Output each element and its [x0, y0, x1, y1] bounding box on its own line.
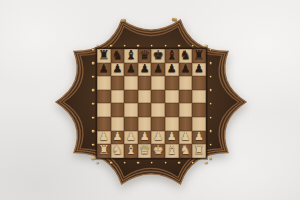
- square-f1[interactable]: ♝: [165, 144, 179, 158]
- piece-black-pawn[interactable]: ♟: [111, 62, 125, 76]
- square-a3[interactable]: [97, 117, 111, 131]
- square-f8[interactable]: ♝: [165, 49, 179, 63]
- square-b3[interactable]: [111, 117, 125, 131]
- chess-board[interactable]: ♜♞♝♛♚♝♞♜♟♟♟♟♟♟♟♟♟♟♟♟♟♟♟♟♜♞♝♛♚♝♞♜: [97, 49, 206, 158]
- square-d4[interactable]: [138, 103, 152, 117]
- brass-stud: [92, 75, 95, 78]
- square-c4[interactable]: [124, 103, 138, 117]
- square-g5[interactable]: [179, 90, 193, 104]
- square-g6[interactable]: [179, 76, 193, 90]
- square-d1[interactable]: ♛: [138, 144, 152, 158]
- piece-black-bishop[interactable]: ♝: [165, 48, 179, 62]
- square-c3[interactable]: [124, 117, 138, 131]
- brass-stud: [178, 44, 181, 47]
- brass-stud: [164, 44, 167, 47]
- square-d7[interactable]: ♟: [138, 63, 152, 77]
- piece-white-pawn[interactable]: ♟: [138, 130, 152, 144]
- square-c6[interactable]: [124, 76, 138, 90]
- piece-black-pawn[interactable]: ♟: [97, 62, 111, 76]
- square-h3[interactable]: [192, 117, 206, 131]
- square-a8[interactable]: ♜: [97, 49, 111, 63]
- piece-black-pawn[interactable]: ♟: [124, 62, 138, 76]
- piece-white-knight[interactable]: ♞: [179, 143, 193, 157]
- brass-stud: [92, 130, 95, 133]
- brass-stud: [191, 44, 194, 47]
- square-e4[interactable]: [151, 103, 165, 117]
- brass-stud: [92, 157, 95, 160]
- brass-stud: [209, 75, 212, 78]
- square-d5[interactable]: [138, 90, 152, 104]
- piece-white-knight[interactable]: ♞: [111, 143, 125, 157]
- brass-stud: [209, 157, 212, 160]
- brass-stud: [209, 116, 212, 119]
- square-b5[interactable]: [111, 90, 125, 104]
- square-b4[interactable]: [111, 103, 125, 117]
- square-f5[interactable]: [165, 90, 179, 104]
- square-a6[interactable]: [97, 76, 111, 90]
- square-g4[interactable]: [179, 103, 193, 117]
- piece-white-rook[interactable]: ♜: [192, 143, 206, 157]
- brass-stud: [209, 48, 212, 51]
- piece-white-pawn[interactable]: ♟: [179, 130, 193, 144]
- brass-stud: [123, 44, 126, 47]
- hinge-icon: [172, 18, 177, 22]
- piece-white-pawn[interactable]: ♟: [124, 130, 138, 144]
- square-c5[interactable]: [124, 90, 138, 104]
- brass-stud: [92, 62, 95, 65]
- piece-white-pawn[interactable]: ♟: [192, 130, 206, 144]
- piece-white-bishop[interactable]: ♝: [165, 143, 179, 157]
- brass-stud: [209, 143, 212, 146]
- piece-white-pawn[interactable]: ♟: [97, 130, 111, 144]
- piece-black-rook[interactable]: ♜: [192, 48, 206, 62]
- brass-stud: [123, 161, 126, 164]
- brass-stud: [92, 143, 95, 146]
- piece-white-king[interactable]: ♚: [151, 143, 165, 157]
- square-c7[interactable]: ♟: [124, 63, 138, 77]
- square-g1[interactable]: ♞: [179, 144, 193, 158]
- square-e8[interactable]: ♚: [151, 49, 165, 63]
- brass-stud: [191, 161, 194, 164]
- square-g3[interactable]: [179, 117, 193, 131]
- brass-stud: [205, 44, 208, 47]
- fur-background: ♜♞♝♛♚♝♞♜♟♟♟♟♟♟♟♟♟♟♟♟♟♟♟♟♜♞♝♛♚♝♞♜: [0, 0, 300, 200]
- square-e1[interactable]: ♚: [151, 144, 165, 158]
- square-b8[interactable]: ♞: [111, 49, 125, 63]
- square-h8[interactable]: ♜: [192, 49, 206, 63]
- square-d6[interactable]: [138, 76, 152, 90]
- square-e7[interactable]: ♟: [151, 63, 165, 77]
- piece-white-pawn[interactable]: ♟: [151, 130, 165, 144]
- square-f3[interactable]: [165, 117, 179, 131]
- square-b7[interactable]: ♟: [111, 63, 125, 77]
- brass-stud: [92, 89, 95, 92]
- square-b1[interactable]: ♞: [111, 144, 125, 158]
- brass-stud: [110, 161, 113, 164]
- piece-black-pawn[interactable]: ♟: [192, 62, 206, 76]
- piece-black-queen[interactable]: ♛: [138, 48, 152, 62]
- piece-black-pawn[interactable]: ♟: [165, 62, 179, 76]
- square-f7[interactable]: ♟: [165, 63, 179, 77]
- square-h4[interactable]: [192, 103, 206, 117]
- piece-black-pawn[interactable]: ♟: [151, 62, 165, 76]
- brass-stud: [137, 44, 140, 47]
- piece-black-king[interactable]: ♚: [151, 48, 165, 62]
- square-d3[interactable]: [138, 117, 152, 131]
- square-f4[interactable]: [165, 103, 179, 117]
- brass-stud: [209, 103, 212, 106]
- square-a7[interactable]: ♟: [97, 63, 111, 77]
- piece-black-pawn[interactable]: ♟: [179, 62, 193, 76]
- brass-stud: [178, 161, 181, 164]
- brass-stud: [209, 62, 212, 65]
- piece-black-knight[interactable]: ♞: [179, 48, 193, 62]
- piece-black-knight[interactable]: ♞: [111, 48, 125, 62]
- square-b6[interactable]: [111, 76, 125, 90]
- square-h1[interactable]: ♜: [192, 144, 206, 158]
- piece-black-bishop[interactable]: ♝: [124, 48, 138, 62]
- brass-stud: [137, 161, 140, 164]
- square-e5[interactable]: [151, 90, 165, 104]
- piece-white-pawn[interactable]: ♟: [111, 130, 125, 144]
- square-c8[interactable]: ♝: [124, 49, 138, 63]
- brass-stud: [209, 130, 212, 133]
- square-e3[interactable]: [151, 117, 165, 131]
- piece-black-pawn[interactable]: ♟: [138, 62, 152, 76]
- square-h6[interactable]: [192, 76, 206, 90]
- square-f6[interactable]: [165, 76, 179, 90]
- piece-white-bishop[interactable]: ♝: [124, 143, 138, 157]
- square-c1[interactable]: ♝: [124, 144, 138, 158]
- piece-white-queen[interactable]: ♛: [138, 143, 152, 157]
- square-a1[interactable]: ♜: [97, 144, 111, 158]
- square-d8[interactable]: ♛: [138, 49, 152, 63]
- piece-white-pawn[interactable]: ♟: [165, 130, 179, 144]
- square-h5[interactable]: [192, 90, 206, 104]
- brass-stud: [209, 89, 212, 92]
- brass-stud: [164, 161, 167, 164]
- brass-stud: [92, 116, 95, 119]
- piece-black-rook[interactable]: ♜: [97, 48, 111, 62]
- square-a5[interactable]: [97, 90, 111, 104]
- brass-stud: [110, 44, 113, 47]
- square-h7[interactable]: ♟: [192, 63, 206, 77]
- piece-white-rook[interactable]: ♜: [97, 143, 111, 157]
- brass-stud: [92, 48, 95, 51]
- brass-stud: [96, 44, 99, 47]
- brass-stud: [151, 44, 154, 47]
- square-a4[interactable]: [97, 103, 111, 117]
- square-g8[interactable]: ♞: [179, 49, 193, 63]
- brass-stud: [205, 161, 208, 164]
- brass-stud: [96, 161, 99, 164]
- square-e6[interactable]: [151, 76, 165, 90]
- brass-stud: [151, 161, 154, 164]
- square-g7[interactable]: ♟: [179, 63, 193, 77]
- brass-stud: [92, 103, 95, 106]
